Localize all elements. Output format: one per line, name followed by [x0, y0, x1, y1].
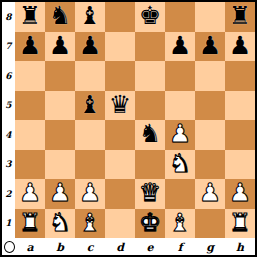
square-g1[interactable]	[195, 209, 225, 239]
square-d2[interactable]	[105, 179, 135, 209]
square-b7[interactable]: ♟	[45, 32, 75, 62]
square-a1[interactable]: ♜	[15, 209, 45, 239]
square-h6[interactable]	[225, 61, 255, 91]
rank-label-1: 1	[2, 209, 15, 239]
square-f1[interactable]: ♝	[165, 209, 195, 239]
square-c2[interactable]: ♟	[75, 179, 105, 209]
white-rook-h1: ♜	[229, 210, 251, 235]
square-e8[interactable]: ♚	[135, 2, 165, 32]
square-a6[interactable]	[15, 61, 45, 91]
black-pawn-f7: ♟	[169, 33, 191, 58]
square-f3[interactable]: ♞	[165, 150, 195, 180]
side-to-move-indicator	[4, 241, 15, 253]
square-e5[interactable]	[135, 91, 165, 121]
square-d6[interactable]	[105, 61, 135, 91]
square-e4[interactable]: ♞	[135, 120, 165, 150]
white-knight-b1: ♞	[49, 210, 71, 235]
file-label-a: a	[15, 238, 45, 255]
square-d3[interactable]	[105, 150, 135, 180]
square-b4[interactable]	[45, 120, 75, 150]
board: ♜♞♝♚♜♟♟♟♟♟♟♝♛♞♟♞♟♟♟♛♟♟♜♞♝♚♝♜	[15, 2, 255, 238]
square-a2[interactable]: ♟	[15, 179, 45, 209]
black-pawn-c7: ♟	[79, 33, 101, 58]
file-label-c: c	[75, 238, 105, 255]
square-a4[interactable]	[15, 120, 45, 150]
rank-label-2: 2	[2, 179, 15, 209]
square-f5[interactable]	[165, 91, 195, 121]
square-g4[interactable]	[195, 120, 225, 150]
white-pawn-a2: ♟	[19, 180, 41, 205]
square-c6[interactable]	[75, 61, 105, 91]
square-d8[interactable]	[105, 2, 135, 32]
square-c3[interactable]	[75, 150, 105, 180]
white-queen-e2: ♛	[139, 180, 161, 205]
file-label-h: h	[225, 238, 255, 255]
square-h3[interactable]	[225, 150, 255, 180]
square-e3[interactable]	[135, 150, 165, 180]
square-f4[interactable]: ♟	[165, 120, 195, 150]
white-pawn-c2: ♟	[79, 180, 101, 205]
square-h4[interactable]	[225, 120, 255, 150]
square-d5[interactable]: ♛	[105, 91, 135, 121]
square-b1[interactable]: ♞	[45, 209, 75, 239]
square-b5[interactable]	[45, 91, 75, 121]
square-b3[interactable]	[45, 150, 75, 180]
black-knight-e4: ♞	[139, 121, 161, 146]
square-h7[interactable]: ♟	[225, 32, 255, 62]
square-f8[interactable]	[165, 2, 195, 32]
square-e2[interactable]: ♛	[135, 179, 165, 209]
square-a3[interactable]	[15, 150, 45, 180]
square-c1[interactable]: ♝	[75, 209, 105, 239]
square-d1[interactable]	[105, 209, 135, 239]
black-knight-b8: ♞	[49, 3, 71, 28]
square-g6[interactable]	[195, 61, 225, 91]
rank-label-3: 3	[2, 150, 15, 180]
square-b8[interactable]: ♞	[45, 2, 75, 32]
square-b6[interactable]	[45, 61, 75, 91]
file-label-g: g	[195, 238, 225, 255]
square-h2[interactable]: ♟	[225, 179, 255, 209]
black-pawn-b7: ♟	[49, 33, 71, 58]
file-label-d: d	[105, 238, 135, 255]
square-f6[interactable]	[165, 61, 195, 91]
square-d4[interactable]	[105, 120, 135, 150]
black-rook-h8: ♜	[229, 3, 251, 28]
square-f7[interactable]: ♟	[165, 32, 195, 62]
black-pawn-g7: ♟	[199, 33, 221, 58]
rank-label-6: 6	[2, 61, 15, 91]
square-c4[interactable]	[75, 120, 105, 150]
square-h5[interactable]	[225, 91, 255, 121]
file-label-b: b	[45, 238, 75, 255]
black-bishop-c8: ♝	[79, 3, 101, 28]
square-a5[interactable]	[15, 91, 45, 121]
rank-label-8: 8	[2, 2, 15, 32]
white-king-e1: ♚	[139, 210, 161, 235]
black-pawn-a7: ♟	[19, 33, 41, 58]
file-label-f: f	[165, 238, 195, 255]
square-c5[interactable]: ♝	[75, 91, 105, 121]
square-a8[interactable]: ♜	[15, 2, 45, 32]
square-g3[interactable]	[195, 150, 225, 180]
square-g8[interactable]	[195, 2, 225, 32]
square-c8[interactable]: ♝	[75, 2, 105, 32]
square-a7[interactable]: ♟	[15, 32, 45, 62]
square-f2[interactable]	[165, 179, 195, 209]
square-c7[interactable]: ♟	[75, 32, 105, 62]
black-king-e8: ♚	[139, 3, 161, 28]
square-b2[interactable]: ♟	[45, 179, 75, 209]
square-h1[interactable]: ♜	[225, 209, 255, 239]
square-e7[interactable]	[135, 32, 165, 62]
file-label-e: e	[135, 238, 165, 255]
white-bishop-c1: ♝	[79, 210, 101, 235]
rank-label-5: 5	[2, 91, 15, 121]
black-pawn-h7: ♟	[229, 33, 251, 58]
white-pawn-g2: ♟	[199, 180, 221, 205]
square-g5[interactable]	[195, 91, 225, 121]
white-knight-f3: ♞	[169, 151, 191, 176]
black-rook-a8: ♜	[19, 3, 41, 28]
white-rook-a1: ♜	[19, 210, 41, 235]
square-g2[interactable]: ♟	[195, 179, 225, 209]
square-e1[interactable]: ♚	[135, 209, 165, 239]
black-queen-d5: ♛	[109, 92, 131, 117]
white-pawn-b2: ♟	[49, 180, 71, 205]
square-h8[interactable]: ♜	[225, 2, 255, 32]
chess-diagram: 87654321 ♜♞♝♚♜♟♟♟♟♟♟♝♛♞♟♞♟♟♟♛♟♟♜♞♝♚♝♜ ab…	[0, 0, 257, 257]
file-labels: abcdefgh	[15, 238, 255, 255]
square-e6[interactable]	[135, 61, 165, 91]
white-bishop-f1: ♝	[169, 210, 191, 235]
square-d7[interactable]	[105, 32, 135, 62]
black-bishop-c5: ♝	[79, 92, 101, 117]
white-pawn-f4: ♟	[169, 121, 191, 146]
diagram-layout: 87654321 ♜♞♝♚♜♟♟♟♟♟♟♝♛♞♟♞♟♟♟♛♟♟♜♞♝♚♝♜ ab…	[2, 2, 255, 255]
rank-label-7: 7	[2, 32, 15, 62]
indicator-corner	[2, 238, 15, 255]
square-g7[interactable]: ♟	[195, 32, 225, 62]
white-pawn-h2: ♟	[229, 180, 251, 205]
rank-labels: 87654321	[2, 2, 15, 238]
rank-label-4: 4	[2, 120, 15, 150]
